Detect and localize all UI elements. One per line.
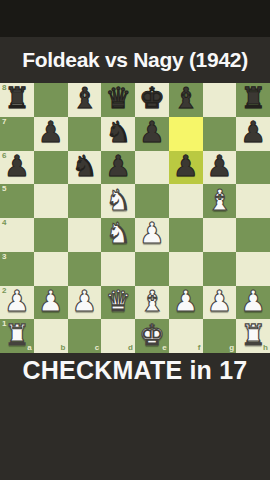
piece-wk-e1[interactable]: ♚ [139,321,165,350]
piece-bp-d6[interactable]: ♟ [105,152,131,181]
piece-wq-d2[interactable]: ♛ [105,287,131,316]
square-b3[interactable] [34,252,68,286]
piece-br-h8[interactable]: ♜ [240,84,266,113]
square-g7[interactable] [203,117,237,151]
square-d8[interactable]: ♛ [101,83,135,117]
square-b5[interactable] [34,184,68,218]
square-d6[interactable]: ♟ [101,151,135,185]
square-h2[interactable]: ♟ [236,286,270,320]
coord-file-b: b [61,344,66,352]
piece-bn-d7[interactable]: ♞ [105,118,131,147]
square-b2[interactable]: ♟ [34,286,68,320]
square-e1[interactable]: e♚ [135,319,169,353]
square-d1[interactable]: d [101,319,135,353]
checkmate-caption: CHECKMATE in 17 [0,356,270,385]
coord-rank-3: 3 [2,253,6,261]
piece-wp-c2[interactable]: ♟ [71,287,97,316]
square-f2[interactable]: ♟ [169,286,203,320]
coord-file-f: f [198,344,201,352]
square-g2[interactable]: ♟ [203,286,237,320]
square-a3[interactable]: 3 [0,252,34,286]
square-a4[interactable]: 4 [0,218,34,252]
piece-wp-e4[interactable]: ♟ [139,219,165,248]
square-f3[interactable] [169,252,203,286]
square-f1[interactable]: f [169,319,203,353]
chess-board: 8♜♝♛♚♝♜7♟♞♟♟6♟♞♟♟♟5♞♝4♞♟32♟♟♟♛♝♟♟♟1a♜bcd… [0,83,270,353]
square-b6[interactable] [34,151,68,185]
square-b1[interactable]: b [34,319,68,353]
square-e3[interactable] [135,252,169,286]
square-g5[interactable]: ♝ [203,184,237,218]
square-c4[interactable] [68,218,102,252]
piece-wr-h1[interactable]: ♜ [240,321,266,350]
piece-wr-a1[interactable]: ♜ [4,321,30,350]
square-h3[interactable] [236,252,270,286]
piece-bp-a6[interactable]: ♟ [4,152,30,181]
coord-file-g: g [229,344,234,352]
square-c3[interactable] [68,252,102,286]
square-e6[interactable] [135,151,169,185]
square-f4[interactable] [169,218,203,252]
square-d4[interactable]: ♞ [101,218,135,252]
square-a1[interactable]: 1a♜ [0,319,34,353]
square-a8[interactable]: 8♜ [0,83,34,117]
piece-br-a8[interactable]: ♜ [4,84,30,113]
piece-wn-d4[interactable]: ♞ [105,219,131,248]
square-a2[interactable]: 2♟ [0,286,34,320]
coord-file-d: d [128,344,133,352]
square-b7[interactable]: ♟ [34,117,68,151]
square-d5[interactable]: ♞ [101,184,135,218]
square-a5[interactable]: 5 [0,184,34,218]
video-frame: Foldeak vs Nagy (1942) 8♜♝♛♚♝♜7♟♞♟♟6♟♞♟♟… [0,0,270,480]
square-e2[interactable]: ♝ [135,286,169,320]
piece-wp-h2[interactable]: ♟ [240,287,266,316]
piece-bb-c8[interactable]: ♝ [71,84,97,113]
piece-wn-d5[interactable]: ♞ [105,186,131,215]
square-f7[interactable] [169,117,203,151]
square-c7[interactable] [68,117,102,151]
title-band: Foldeak vs Nagy (1942) [0,37,270,83]
square-d2[interactable]: ♛ [101,286,135,320]
square-e7[interactable]: ♟ [135,117,169,151]
coord-file-c: c [95,344,99,352]
square-a7[interactable]: 7 [0,117,34,151]
square-c2[interactable]: ♟ [68,286,102,320]
piece-bp-g6[interactable]: ♟ [206,152,232,181]
square-b8[interactable] [34,83,68,117]
coord-rank-5: 5 [2,185,6,193]
piece-wb-g5[interactable]: ♝ [206,186,232,215]
square-b4[interactable] [34,218,68,252]
piece-bp-b7[interactable]: ♟ [38,118,64,147]
square-d7[interactable]: ♞ [101,117,135,151]
game-title: Foldeak vs Nagy (1942) [22,48,248,72]
square-g6[interactable]: ♟ [203,151,237,185]
square-g1[interactable]: g [203,319,237,353]
piece-bk-e8[interactable]: ♚ [139,84,165,113]
piece-bn-c6[interactable]: ♞ [71,152,97,181]
square-f8[interactable]: ♝ [169,83,203,117]
piece-bp-h7[interactable]: ♟ [240,118,266,147]
square-h8[interactable]: ♜ [236,83,270,117]
square-c8[interactable]: ♝ [68,83,102,117]
piece-bp-e7[interactable]: ♟ [139,118,165,147]
square-h1[interactable]: h♜ [236,319,270,353]
coord-rank-4: 4 [2,219,6,227]
square-c5[interactable] [68,184,102,218]
square-g4[interactable] [203,218,237,252]
square-g8[interactable] [203,83,237,117]
square-c1[interactable]: c [68,319,102,353]
piece-wp-b2[interactable]: ♟ [38,287,64,316]
square-f6[interactable]: ♟ [169,151,203,185]
coord-rank-7: 7 [2,118,6,126]
square-g3[interactable] [203,252,237,286]
square-a6[interactable]: 6♟ [0,151,34,185]
piece-bb-f8[interactable]: ♝ [173,84,199,113]
square-h6[interactable] [236,151,270,185]
piece-wb-e2[interactable]: ♝ [139,287,165,316]
square-f5[interactable] [169,184,203,218]
square-h7[interactable]: ♟ [236,117,270,151]
square-c6[interactable]: ♞ [68,151,102,185]
piece-wp-g2[interactable]: ♟ [206,287,232,316]
piece-bq-d8[interactable]: ♛ [105,84,131,113]
piece-wp-f2[interactable]: ♟ [173,287,199,316]
square-h4[interactable] [236,218,270,252]
square-e5[interactable] [135,184,169,218]
square-d3[interactable] [101,252,135,286]
letterbox-top [0,0,270,37]
square-e8[interactable]: ♚ [135,83,169,117]
square-e4[interactable]: ♟ [135,218,169,252]
piece-wp-a2[interactable]: ♟ [4,287,30,316]
square-h5[interactable] [236,184,270,218]
piece-bp-f6[interactable]: ♟ [173,152,199,181]
